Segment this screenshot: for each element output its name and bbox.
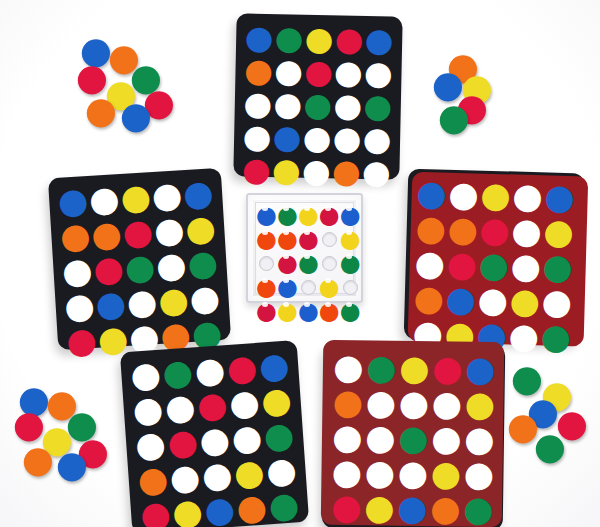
yellow-ball[interactable]: ● [340,227,361,251]
board-cell[interactable]: ● [507,319,540,355]
hole: ● [243,86,272,120]
yellow-disc: ● [304,22,333,56]
yellow-disc: ● [509,283,541,319]
red-disc: ● [334,22,363,56]
red-disc: ● [242,152,271,186]
red-ball[interactable]: ● [298,227,319,251]
green-disc: ● [542,249,574,285]
ball-box-cell: ● [340,299,361,323]
ball-box-cell: ● [277,299,298,323]
blue-ball[interactable]: ● [298,299,319,323]
board-cell[interactable]: ● [331,155,362,189]
ball-box-cell: ● [256,275,277,299]
hole: ● [334,55,363,89]
board-cell[interactable]: ● [429,492,462,527]
red-disc: ● [65,323,98,360]
orange-disc[interactable]: ● [85,92,117,129]
board-left: ●●●●●●●●●●●●●●●●●●●●●●●●● [48,168,231,350]
board-cell[interactable]: ● [65,324,98,361]
ball-box-cell: ● [298,227,319,251]
hole: ● [364,56,393,90]
red-ball[interactable]: ● [256,299,277,323]
yellow-disc: ● [399,351,430,386]
blue-disc: ● [416,176,448,212]
ball-box-cell [319,251,340,275]
board-cell[interactable]: ● [301,155,332,189]
yellow-ball[interactable]: ● [277,299,298,323]
ball-box-cell [256,251,277,275]
ball-box-cell: ● [340,203,361,227]
hole: ● [397,456,428,491]
orange-disc: ● [415,211,447,247]
ball-box-cell [298,275,319,299]
green-disc: ● [274,21,303,55]
ball-box-cell: ● [277,275,298,299]
board-cell[interactable]: ● [241,153,272,187]
hole: ● [431,421,462,456]
green-disc: ● [267,487,300,524]
orange-ball[interactable]: ● [277,227,298,251]
hole: ● [512,178,544,214]
board-cell[interactable]: ● [235,490,270,527]
orange-disc: ● [413,281,445,317]
yellow-disc: ● [430,456,461,491]
orange-disc[interactable]: ● [22,441,54,478]
orange-disc: ● [430,491,461,526]
board-cell[interactable]: ● [363,491,396,526]
empty-slot [259,256,274,271]
ball-box-cell: ● [298,203,319,227]
green-ball[interactable]: ● [340,299,361,323]
red-ball[interactable]: ● [277,251,298,275]
board-cell[interactable]: ● [170,495,205,527]
board-cell[interactable]: ● [138,497,173,527]
blue-disc[interactable]: ● [120,97,152,134]
board-bottom-left: ●●●●●●●●●●●●●●●●●●●●●●●●● [120,340,309,527]
hole: ● [398,386,429,421]
ball-box-cell: ● [298,251,319,275]
yellow-ball[interactable]: ● [319,275,340,299]
red-disc: ● [304,55,333,89]
hole: ● [510,248,542,284]
green-ball[interactable]: ● [277,203,298,227]
empty-slot [301,280,316,295]
yellow-disc: ● [272,153,301,187]
board-right: ●●●●●●●●●●●●●●●●●●●●●●●●● [404,169,585,344]
ball-box-cell: ● [256,227,277,251]
hole: ● [431,386,462,421]
green-disc: ● [366,350,397,385]
yellow-disc: ● [171,494,204,527]
blue-disc: ● [544,179,576,215]
hole: ● [365,385,396,420]
hole: ● [302,121,331,155]
board-bottom-right: ●●●●●●●●●●●●●●●●●●●●●●●●● [322,343,506,527]
green-disc[interactable]: ● [534,428,566,465]
orange-disc: ● [447,212,479,248]
red-disc: ● [446,247,478,283]
ball-box-cell: ● [277,227,298,251]
hole: ● [463,457,494,492]
hole: ● [508,318,540,354]
ball-box-cell: ● [277,203,298,227]
hole: ● [273,87,302,121]
orange-ball[interactable]: ● [319,299,340,323]
ball-box-cell: ● [277,251,298,275]
orange-disc: ● [332,154,361,188]
board-cell[interactable]: ● [330,491,363,526]
ball-box-cell: ● [319,203,340,227]
ball-box-cell: ● [340,251,361,275]
hole: ● [448,177,480,213]
blue-disc: ● [203,492,236,527]
ball-box-cell [319,227,340,251]
orange-disc: ● [332,385,363,420]
blue-disc: ● [364,23,393,57]
green-ball[interactable]: ● [340,251,361,275]
hole: ● [242,119,271,153]
green-disc: ● [363,89,392,123]
hole: ● [365,420,396,455]
blue-disc: ● [445,282,477,318]
board-cell[interactable]: ● [462,493,495,527]
ball-box-cell: ● [256,203,277,227]
hole: ● [541,284,573,320]
orange-disc: ● [235,490,268,527]
green-disc: ● [398,421,429,456]
ball-box-cell: ● [298,299,319,323]
ball-box-grid: ●●●●●●●●●●●●●●●●●●●● [255,202,354,294]
board-cell[interactable]: ● [267,488,302,525]
red-disc: ● [432,351,463,386]
yellow-disc: ● [364,490,395,525]
board-cell[interactable]: ● [539,320,572,356]
empty-slot [343,280,358,295]
red-disc: ● [331,490,362,525]
red-disc: ● [479,213,511,249]
yellow-ball[interactable]: ● [298,203,319,227]
hole: ● [511,213,543,249]
board-cell[interactable]: ● [202,493,237,527]
ball-box-cell: ● [319,299,340,323]
hole: ● [302,154,331,188]
blue-disc[interactable]: ● [56,446,88,483]
yellow-disc: ● [464,387,495,422]
green-disc: ● [463,492,494,527]
hole: ● [364,455,395,490]
hole: ● [331,455,362,490]
blue-disc: ● [397,491,428,526]
hole: ● [332,121,361,155]
hole: ● [332,420,363,455]
hole: ● [333,88,362,122]
red-disc: ● [139,496,172,527]
green-disc: ● [540,319,572,355]
ball-box-cell: ● [319,275,340,299]
hole: ● [464,422,495,457]
ball-box: ●●●●●●●●●●●●●●●●●●●● [246,193,363,303]
green-disc: ● [303,88,332,122]
orange-ball[interactable]: ● [256,275,277,299]
hole: ● [362,155,391,189]
green-disc[interactable]: ● [438,99,470,136]
ball-box-cell: ● [256,299,277,323]
game-photo-scene: ●●●●●●●●●●●●●●●●●●●●●●●●● ●●●●●●●●●●●●●●… [0,0,600,527]
blue-ball[interactable]: ● [256,203,277,227]
board-cell[interactable]: ● [396,492,429,527]
empty-slot [322,232,337,247]
ball-box-cell: ● [340,227,361,251]
orange-disc: ● [244,53,273,87]
yellow-disc: ● [97,321,130,358]
green-ball[interactable]: ● [298,251,319,275]
red-ball[interactable]: ● [319,203,340,227]
hole: ● [477,283,509,319]
blue-ball[interactable]: ● [340,203,361,227]
hole: ● [414,246,446,282]
hole: ● [333,350,364,385]
hole: ● [274,54,303,88]
blue-ball[interactable]: ● [277,275,298,299]
blue-disc: ● [272,120,301,154]
yellow-disc: ● [543,214,575,250]
blue-disc: ● [244,20,273,54]
empty-slot [322,256,337,271]
board-top: ●●●●●●●●●●●●●●●●●●●●●●●●● [233,13,402,179]
orange-ball[interactable]: ● [256,227,277,251]
board-cell[interactable]: ● [361,156,392,190]
blue-disc: ● [465,352,496,387]
board-cell[interactable]: ● [271,154,302,188]
green-disc: ● [478,248,510,284]
yellow-disc: ● [480,178,512,214]
ball-box-cell [340,275,361,299]
hole: ● [362,122,391,156]
